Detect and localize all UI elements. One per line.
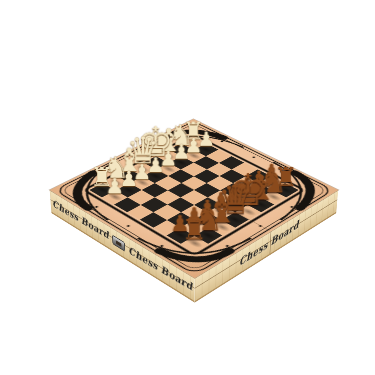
piece-shadow xyxy=(251,199,271,210)
piece-shadow xyxy=(238,206,258,217)
piece-shadow xyxy=(212,221,232,232)
piece-shadow xyxy=(184,237,205,249)
piece-shadow xyxy=(264,192,284,203)
chess-box: Chess Board Chess Board Chess Board ♜♞♝♛… xyxy=(50,119,338,278)
latch-icon xyxy=(112,234,125,251)
scene: Chess Board Chess Board Chess Board ♜♞♝♛… xyxy=(0,0,375,375)
piece-shadow xyxy=(225,214,245,225)
piece-shadow xyxy=(198,229,218,241)
product-photo: Chess Board Chess Board Chess Board ♜♞♝♛… xyxy=(0,0,375,375)
